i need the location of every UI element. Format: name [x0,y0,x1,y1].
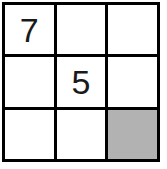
cell-value: 5 [72,65,91,99]
grid-cell-empty[interactable] [57,5,106,54]
grid-cell-given[interactable]: 5 [57,57,106,106]
grid-cell-empty[interactable] [57,110,106,159]
grid-cell-given[interactable]: 7 [5,5,54,54]
puzzle-grid: 75 [2,2,160,162]
cell-value: 7 [20,13,39,47]
grid-cell-empty[interactable] [5,110,54,159]
grid-cell-empty[interactable] [5,57,54,106]
grid-cell-empty[interactable] [108,5,157,54]
grid-cell-shaded[interactable] [108,110,157,159]
grid-cell-empty[interactable] [108,57,157,106]
